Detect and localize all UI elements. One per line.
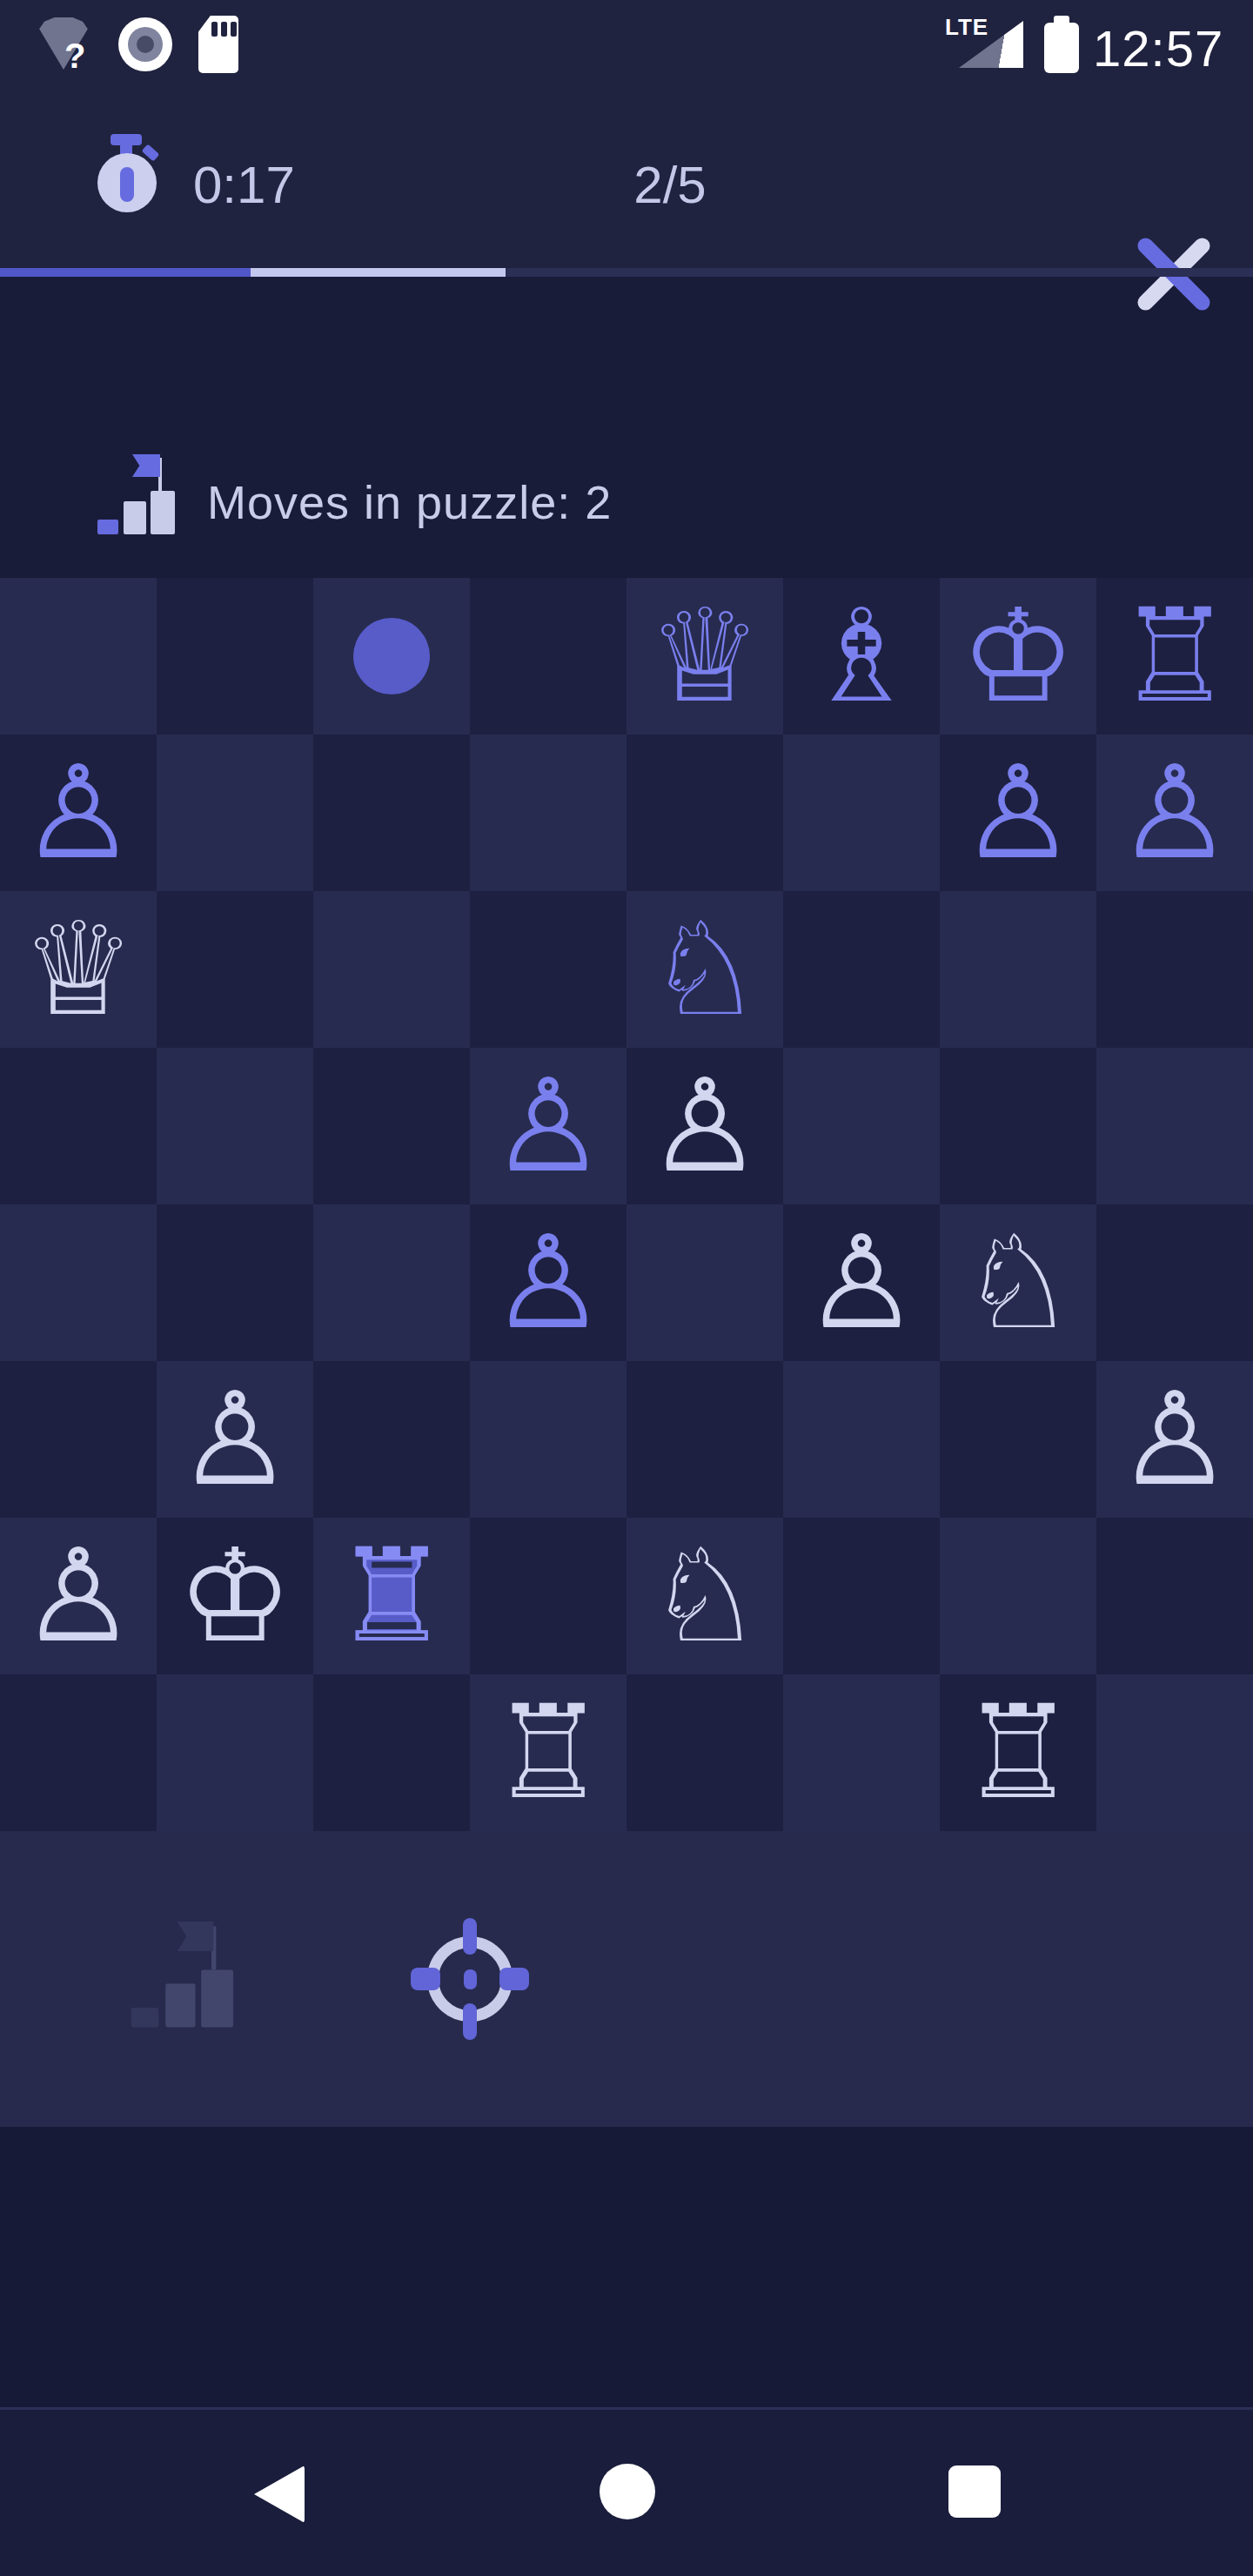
android-nav-bar <box>0 2407 1253 2576</box>
puzzle-progress-bar <box>0 268 1253 277</box>
white-p-piece: ♙ <box>647 1048 763 1204</box>
square-g2[interactable] <box>940 1518 1096 1674</box>
move-hint-dot[interactable] <box>353 618 430 694</box>
square-e8[interactable]: ♕ <box>626 578 783 735</box>
square-f2[interactable] <box>783 1518 940 1674</box>
square-a6[interactable]: ♕ <box>0 891 157 1048</box>
square-c5[interactable] <box>313 1048 470 1204</box>
step-bar-medium <box>165 1983 195 2027</box>
white-q-piece: ♕ <box>21 891 137 1048</box>
square-f4[interactable]: ♙ <box>783 1204 940 1361</box>
flag-icon <box>177 1922 213 1951</box>
white-p-piece: ♙ <box>804 1204 920 1361</box>
puzzle-header: 0:17 2/5 <box>0 91 1253 277</box>
square-g7[interactable]: ♙ <box>940 735 1096 891</box>
square-a4[interactable] <box>0 1204 157 1361</box>
square-b1[interactable] <box>157 1674 313 1831</box>
white-p-piece: ♙ <box>21 1518 137 1674</box>
lens-core <box>137 36 154 53</box>
step-bar-tall <box>201 1969 233 2027</box>
sd-slit <box>231 22 237 37</box>
square-b2[interactable]: ♔ <box>157 1518 313 1674</box>
square-b7[interactable] <box>157 735 313 891</box>
square-e1[interactable] <box>626 1674 783 1831</box>
square-h7[interactable]: ♙ <box>1096 735 1253 891</box>
square-g5[interactable] <box>940 1048 1096 1204</box>
black-n-piece: ♘ <box>647 891 763 1048</box>
moves-stats-button <box>129 1922 234 2027</box>
lens-icon <box>118 17 172 71</box>
square-f7[interactable] <box>783 735 940 891</box>
black-p-piece: ♙ <box>961 735 1076 891</box>
square-d6[interactable] <box>470 891 626 1048</box>
square-h4[interactable] <box>1096 1204 1253 1361</box>
black-p-piece: ♙ <box>21 735 137 891</box>
square-c1[interactable] <box>313 1674 470 1831</box>
lower-spacer <box>0 2127 1253 2407</box>
square-d8[interactable] <box>470 578 626 735</box>
stopwatch-button <box>111 134 142 145</box>
target-tick-right <box>499 1968 529 1990</box>
square-h1[interactable] <box>1096 1674 1253 1831</box>
square-h8[interactable]: ♖ <box>1096 578 1253 735</box>
sd-slit <box>221 22 227 37</box>
square-b4[interactable] <box>157 1204 313 1361</box>
square-c6[interactable] <box>313 891 470 1048</box>
square-g1[interactable]: ♖ <box>940 1674 1096 1831</box>
square-d7[interactable] <box>470 735 626 891</box>
progress-current-segment <box>251 268 506 277</box>
step-bar-tall <box>151 491 175 534</box>
black-p-piece: ♙ <box>491 1204 606 1361</box>
square-d3[interactable] <box>470 1361 626 1518</box>
wifi-question-icon: ? <box>38 17 92 71</box>
square-d2[interactable] <box>470 1518 626 1674</box>
square-f6[interactable] <box>783 891 940 1048</box>
white-k-piece: ♔ <box>178 1518 293 1674</box>
battery-body <box>1044 23 1079 73</box>
back-button[interactable] <box>254 2465 305 2523</box>
square-e4[interactable] <box>626 1204 783 1361</box>
target-tick-left <box>411 1968 440 1990</box>
square-a7[interactable]: ♙ <box>0 735 157 891</box>
square-b8[interactable] <box>157 578 313 735</box>
square-h2[interactable] <box>1096 1518 1253 1674</box>
square-h3[interactable]: ♙ <box>1096 1361 1253 1518</box>
square-c7[interactable] <box>313 735 470 891</box>
square-c3[interactable] <box>313 1361 470 1518</box>
square-d4[interactable]: ♙ <box>470 1204 626 1361</box>
square-c2[interactable]: ♜♖ <box>313 1518 470 1674</box>
square-c4[interactable] <box>313 1204 470 1361</box>
step-bar-small <box>97 520 118 534</box>
square-d1[interactable]: ♖ <box>470 1674 626 1831</box>
square-g3[interactable] <box>940 1361 1096 1518</box>
sd-card-icon <box>198 16 238 73</box>
selected-piece-outline: ♖ <box>313 1518 470 1674</box>
step-bar-medium <box>124 501 146 534</box>
square-f3[interactable] <box>783 1361 940 1518</box>
square-g4[interactable]: ♘ <box>940 1204 1096 1361</box>
white-r-piece: ♖ <box>491 1674 606 1831</box>
black-p-piece: ♙ <box>491 1048 606 1204</box>
progress-completed-segment <box>0 268 251 277</box>
square-f1[interactable] <box>783 1674 940 1831</box>
square-e7[interactable] <box>626 735 783 891</box>
target-tick-bottom <box>463 2003 477 2040</box>
square-b5[interactable] <box>157 1048 313 1204</box>
puzzle-toolbar <box>0 1831 1253 2127</box>
square-b3[interactable]: ♙ <box>157 1361 313 1518</box>
square-f5[interactable] <box>783 1048 940 1204</box>
black-q-piece: ♕ <box>647 578 763 735</box>
square-e5[interactable]: ♙ <box>626 1048 783 1204</box>
chess-board: ♕♗♔♖♙♙♙♕♘♙♙♙♙♘♙♙♙♔♜♖♘♖♖ <box>0 578 1253 1831</box>
flag-icon <box>132 454 160 477</box>
square-g6[interactable] <box>940 891 1096 1048</box>
target-tick-top <box>463 1918 477 1955</box>
puzzle-progress-label: 2/5 <box>0 155 1253 215</box>
hint-target-button[interactable] <box>409 1918 531 2040</box>
square-g8[interactable]: ♔ <box>940 578 1096 735</box>
black-p-piece: ♙ <box>1117 735 1233 891</box>
square-d5[interactable]: ♙ <box>470 1048 626 1204</box>
square-a2[interactable]: ♙ <box>0 1518 157 1674</box>
square-a1[interactable] <box>0 1674 157 1831</box>
square-h5[interactable] <box>1096 1048 1253 1204</box>
square-e3[interactable] <box>626 1361 783 1518</box>
black-b-piece: ♗ <box>804 578 920 735</box>
square-e2[interactable]: ♘ <box>626 1518 783 1674</box>
square-a3[interactable] <box>0 1361 157 1518</box>
status-clock: 12:57 <box>1093 19 1232 77</box>
white-r-piece: ♖ <box>961 1674 1076 1831</box>
white-p-piece: ♙ <box>1117 1361 1233 1518</box>
step-bar-small <box>131 2008 159 2027</box>
black-k-piece: ♔ <box>961 578 1076 735</box>
white-n-piece: ♘ <box>961 1204 1076 1361</box>
target-center-dot <box>464 1969 477 1989</box>
square-f8[interactable]: ♗ <box>783 578 940 735</box>
square-h6[interactable] <box>1096 891 1253 1048</box>
wifi-question-badge: ? <box>64 37 85 76</box>
square-b6[interactable] <box>157 891 313 1048</box>
network-type-label: LTE <box>945 14 988 41</box>
home-button[interactable] <box>600 2464 655 2519</box>
white-p-piece: ♙ <box>178 1361 293 1518</box>
status-bar: ? LTE 12:57 <box>0 0 1253 91</box>
black-r-piece: ♖ <box>1117 578 1233 735</box>
moves-in-puzzle-label: Moves in puzzle: 2 <box>207 475 612 529</box>
moves-steps-icon <box>96 454 176 534</box>
sd-slit <box>211 22 218 37</box>
square-c8[interactable] <box>313 578 470 735</box>
recents-button[interactable] <box>948 2465 1001 2518</box>
square-e6[interactable]: ♘ <box>626 891 783 1048</box>
square-a5[interactable] <box>0 1048 157 1204</box>
square-a8[interactable] <box>0 578 157 735</box>
white-n-piece: ♘ <box>647 1518 763 1674</box>
